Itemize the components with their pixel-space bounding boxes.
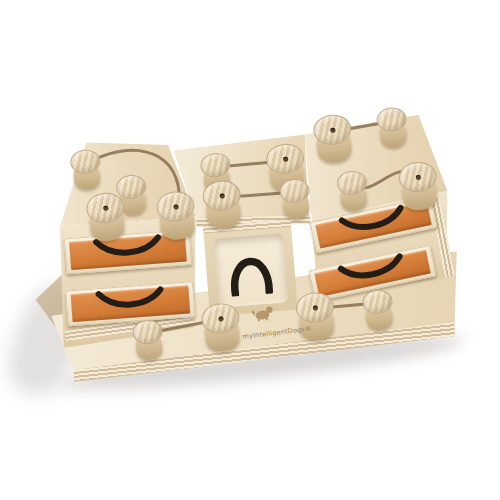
product-photo: myIntelligentDogs®: [0, 0, 500, 500]
peg-right-front-right: [397, 160, 440, 212]
logo-dog-emblem: [244, 296, 283, 330]
peg-platform-lower-right: [278, 177, 312, 220]
groove-tracks: [17, 93, 484, 417]
peg-base-left-outer: [131, 319, 165, 362]
peg-platform-lower-left: [201, 179, 244, 231]
peg-right-back-left: [312, 113, 355, 165]
peg-right-front-left: [336, 169, 370, 212]
peg-left-back: [69, 148, 103, 191]
peg-base-left-inner: [200, 302, 243, 354]
wooden-dog-puzzle-toy: myIntelligentDogs®: [28, 104, 473, 406]
peg-right-back-right: [375, 106, 409, 149]
peg-base-right-outer: [361, 288, 395, 331]
peg-left-front-left: [85, 191, 128, 243]
peg-base-right-inner: [294, 291, 337, 343]
peg-left-front-right: [155, 190, 198, 242]
brand-logo: myIntelligentDogs®: [241, 296, 289, 342]
